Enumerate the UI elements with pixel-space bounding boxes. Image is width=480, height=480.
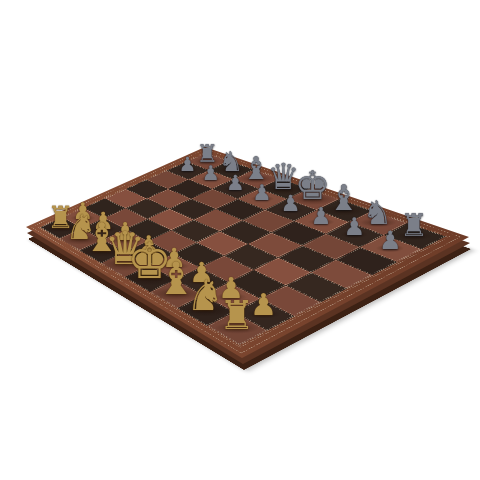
chess-set-photo: ♜♞♝♛♚♝♞♜♟♟♟♟♟♟♟♟♟♟♟♟♟♟♟♟♜♞♝♛♚♝♞♜ [0, 0, 480, 480]
board-squares [40, 153, 445, 345]
chess-board [26, 147, 469, 358]
